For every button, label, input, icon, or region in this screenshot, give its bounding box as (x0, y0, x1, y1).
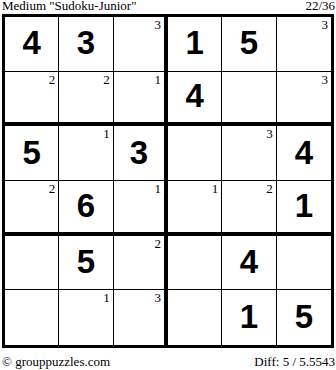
given-digit: 1 (185, 26, 203, 59)
cell-r3c2[interactable]: 1 (59, 126, 113, 181)
difficulty-text: Diff: 5 / 5.5543 (254, 354, 335, 369)
cell-r4c4[interactable]: 1 (168, 181, 222, 236)
given-digit: 4 (240, 245, 258, 278)
pencil-mark: 3 (154, 290, 161, 305)
given-digit: 3 (77, 26, 95, 59)
pencil-mark: 2 (103, 72, 110, 87)
cell-r2c3[interactable]: 1 (114, 72, 168, 127)
given-digit: 4 (295, 136, 313, 169)
cell-r2c6[interactable]: 3 (277, 72, 331, 127)
cell-r3c4[interactable] (168, 126, 222, 181)
cell-r6c5[interactable]: 1 (222, 290, 276, 345)
cell-r1c4[interactable]: 1 (168, 17, 222, 72)
cell-r6c2[interactable]: 1 (59, 290, 113, 345)
cell-r4c1[interactable]: 2 (5, 181, 59, 236)
pencil-mark: 1 (103, 126, 110, 141)
cell-r4c2[interactable]: 6 (59, 181, 113, 236)
given-digit: 4 (185, 79, 203, 112)
cell-r3c3[interactable]: 3 (114, 126, 168, 181)
given-digit: 5 (295, 300, 313, 333)
cell-r6c1[interactable] (5, 290, 59, 345)
cell-r1c6[interactable]: 3 (277, 17, 331, 72)
given-digit: 4 (22, 26, 40, 59)
sudoku-board: 43315322143513342611215241315 (2, 14, 334, 348)
cell-r4c6[interactable]: 1 (277, 181, 331, 236)
cell-r2c1[interactable]: 2 (5, 72, 59, 127)
cell-r5c4[interactable] (168, 236, 222, 291)
cell-r1c2[interactable]: 3 (59, 17, 113, 72)
given-digit: 1 (295, 189, 313, 222)
cell-r6c6[interactable]: 5 (277, 290, 331, 345)
puzzle-page: Medium "Sudoku-Junior" 22/36 43315322143… (0, 0, 336, 370)
cell-r5c3[interactable]: 2 (114, 236, 168, 291)
given-digit: 5 (22, 136, 40, 169)
footer: © grouppuzzles.com Diff: 5 / 5.5543 (2, 354, 335, 369)
cell-r1c5[interactable]: 5 (222, 17, 276, 72)
cell-r2c2[interactable]: 2 (59, 72, 113, 127)
page-title: Medium "Sudoku-Junior" (2, 0, 136, 13)
cell-r3c6[interactable]: 4 (277, 126, 331, 181)
pencil-mark: 3 (321, 17, 328, 32)
pencil-mark: 3 (154, 17, 161, 32)
pencil-mark: 1 (154, 181, 161, 196)
pencil-mark: 1 (212, 181, 219, 196)
pencil-mark: 2 (154, 236, 161, 251)
given-digit: 5 (240, 26, 258, 59)
cell-r2c4[interactable]: 4 (168, 72, 222, 127)
cell-r3c5[interactable]: 3 (222, 126, 276, 181)
pencil-mark: 3 (321, 72, 328, 87)
cell-r4c3[interactable]: 1 (114, 181, 168, 236)
cell-r5c5[interactable]: 4 (222, 236, 276, 291)
cell-r2c5[interactable] (222, 72, 276, 127)
copyright-text: © grouppuzzles.com (2, 354, 110, 369)
header: Medium "Sudoku-Junior" 22/36 (2, 0, 335, 13)
given-digit: 5 (77, 245, 95, 278)
pencil-mark: 2 (49, 181, 56, 196)
cell-r5c1[interactable] (5, 236, 59, 291)
pencil-mark: 2 (266, 181, 273, 196)
pencil-mark: 3 (266, 126, 273, 141)
cell-r5c6[interactable] (277, 236, 331, 291)
cell-r1c3[interactable]: 3 (114, 17, 168, 72)
cell-r6c3[interactable]: 3 (114, 290, 168, 345)
progress-counter: 22/36 (305, 0, 335, 13)
cell-r6c4[interactable] (168, 290, 222, 345)
cell-r3c1[interactable]: 5 (5, 126, 59, 181)
cell-r4c5[interactable]: 2 (222, 181, 276, 236)
given-digit: 3 (130, 136, 148, 169)
pencil-mark: 1 (103, 290, 110, 305)
cell-r1c1[interactable]: 4 (5, 17, 59, 72)
given-digit: 6 (77, 189, 95, 222)
cell-r5c2[interactable]: 5 (59, 236, 113, 291)
given-digit: 1 (240, 300, 258, 333)
pencil-mark: 2 (49, 72, 56, 87)
pencil-mark: 1 (154, 72, 161, 87)
